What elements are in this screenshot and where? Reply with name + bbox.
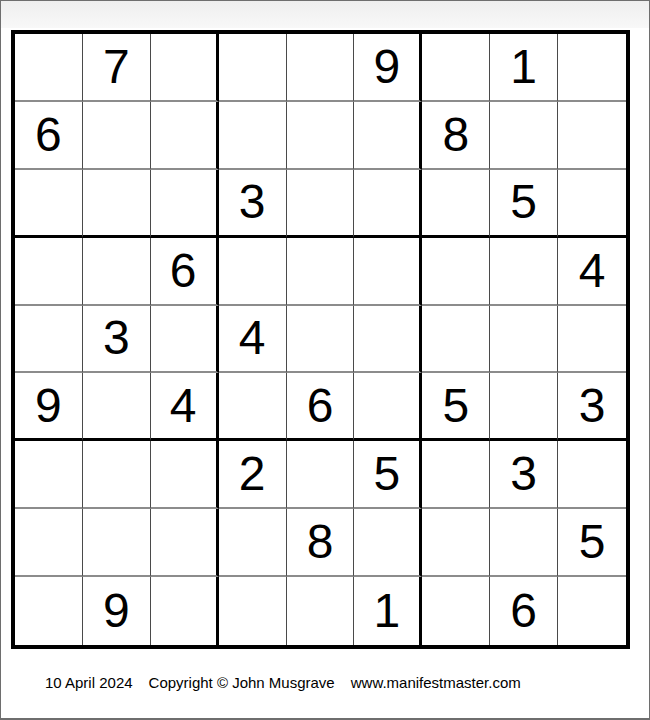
cell-r2c7[interactable]: 8 <box>422 102 490 170</box>
cell-r2c6[interactable] <box>354 102 422 170</box>
cell-r5c3[interactable] <box>151 306 219 374</box>
cell-r9c4[interactable] <box>219 577 287 645</box>
cell-r6c1[interactable]: 9 <box>15 373 83 441</box>
cell-r6c6[interactable] <box>354 373 422 441</box>
sudoku-board: 791683564349465325385916 <box>11 30 630 649</box>
cell-r1c7[interactable] <box>422 34 490 102</box>
cell-r1c6[interactable]: 9 <box>354 34 422 102</box>
cell-r2c3[interactable] <box>151 102 219 170</box>
cell-r3c2[interactable] <box>83 170 151 238</box>
cell-r6c4[interactable] <box>219 373 287 441</box>
cell-r1c3[interactable] <box>151 34 219 102</box>
cell-r2c9[interactable] <box>558 102 626 170</box>
cell-r9c2[interactable]: 9 <box>83 577 151 645</box>
cell-r5c1[interactable] <box>15 306 83 374</box>
cell-r4c3[interactable]: 6 <box>151 238 219 306</box>
cell-r6c7[interactable]: 5 <box>422 373 490 441</box>
cell-r5c5[interactable] <box>287 306 355 374</box>
cell-r7c1[interactable] <box>15 441 83 509</box>
cell-r6c3[interactable]: 4 <box>151 373 219 441</box>
cell-r7c8[interactable]: 3 <box>490 441 558 509</box>
cell-r4c2[interactable] <box>83 238 151 306</box>
cell-r3c1[interactable] <box>15 170 83 238</box>
cell-r8c8[interactable] <box>490 509 558 577</box>
cell-r3c8[interactable]: 5 <box>490 170 558 238</box>
cell-r2c1[interactable]: 6 <box>15 102 83 170</box>
cell-r2c8[interactable] <box>490 102 558 170</box>
cell-r5c8[interactable] <box>490 306 558 374</box>
cell-r3c4[interactable]: 3 <box>219 170 287 238</box>
cell-r7c2[interactable] <box>83 441 151 509</box>
cell-r8c7[interactable] <box>422 509 490 577</box>
cell-r8c4[interactable] <box>219 509 287 577</box>
cell-r5c9[interactable] <box>558 306 626 374</box>
cell-r5c7[interactable] <box>422 306 490 374</box>
cell-r3c9[interactable] <box>558 170 626 238</box>
cell-r3c7[interactable] <box>422 170 490 238</box>
cell-r1c8[interactable]: 1 <box>490 34 558 102</box>
cell-r4c9[interactable]: 4 <box>558 238 626 306</box>
cell-r2c4[interactable] <box>219 102 287 170</box>
cell-r2c2[interactable] <box>83 102 151 170</box>
cell-r9c8[interactable]: 6 <box>490 577 558 645</box>
cell-r6c9[interactable]: 3 <box>558 373 626 441</box>
cell-r8c1[interactable] <box>15 509 83 577</box>
cell-r5c4[interactable]: 4 <box>219 306 287 374</box>
sudoku-page: 791683564349465325385916 10 April 2024 C… <box>0 0 650 720</box>
cell-r3c3[interactable] <box>151 170 219 238</box>
cell-r3c5[interactable] <box>287 170 355 238</box>
cell-r7c4[interactable]: 2 <box>219 441 287 509</box>
cell-r3c6[interactable] <box>354 170 422 238</box>
cell-r7c9[interactable] <box>558 441 626 509</box>
cell-r4c1[interactable] <box>15 238 83 306</box>
cell-r7c5[interactable] <box>287 441 355 509</box>
cell-r2c5[interactable] <box>287 102 355 170</box>
cell-r8c9[interactable]: 5 <box>558 509 626 577</box>
cell-r4c6[interactable] <box>354 238 422 306</box>
cell-r5c2[interactable]: 3 <box>83 306 151 374</box>
footer-copyright: Copyright © John Musgrave <box>149 673 335 693</box>
cell-r4c7[interactable] <box>422 238 490 306</box>
cell-r9c5[interactable] <box>287 577 355 645</box>
cell-r7c7[interactable] <box>422 441 490 509</box>
cell-r8c3[interactable] <box>151 509 219 577</box>
footer-website: www.manifestmaster.com <box>351 673 521 693</box>
footer: 10 April 2024 Copyright © John Musgrave … <box>45 673 521 693</box>
footer-date: 10 April 2024 <box>45 673 133 693</box>
cell-r8c6[interactable] <box>354 509 422 577</box>
cell-r8c5[interactable]: 8 <box>287 509 355 577</box>
cell-r8c2[interactable] <box>83 509 151 577</box>
cell-r1c5[interactable] <box>287 34 355 102</box>
cell-r4c8[interactable] <box>490 238 558 306</box>
cell-r1c1[interactable] <box>15 34 83 102</box>
cell-r6c5[interactable]: 6 <box>287 373 355 441</box>
cell-r9c3[interactable] <box>151 577 219 645</box>
cell-r4c5[interactable] <box>287 238 355 306</box>
cell-r9c1[interactable] <box>15 577 83 645</box>
cell-r1c4[interactable] <box>219 34 287 102</box>
cell-r9c7[interactable] <box>422 577 490 645</box>
cell-r1c2[interactable]: 7 <box>83 34 151 102</box>
cell-r1c9[interactable] <box>558 34 626 102</box>
cell-r7c3[interactable] <box>151 441 219 509</box>
cell-r6c2[interactable] <box>83 373 151 441</box>
cell-r4c4[interactable] <box>219 238 287 306</box>
cell-r7c6[interactable]: 5 <box>354 441 422 509</box>
cell-r9c6[interactable]: 1 <box>354 577 422 645</box>
cell-r5c6[interactable] <box>354 306 422 374</box>
cell-r6c8[interactable] <box>490 373 558 441</box>
cell-r9c9[interactable] <box>558 577 626 645</box>
top-band <box>1 1 649 28</box>
